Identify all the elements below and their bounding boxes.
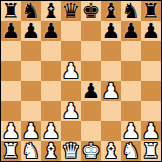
square-d2[interactable]	[61, 121, 81, 141]
square-h3[interactable]	[141, 101, 161, 121]
square-g1[interactable]: ♞	[121, 141, 141, 161]
square-f2[interactable]	[101, 121, 121, 141]
square-c3[interactable]	[41, 101, 61, 121]
white-pawn-piece[interactable]: ♟	[122, 121, 141, 141]
square-a5[interactable]	[1, 61, 21, 81]
black-rook-piece[interactable]: ♜	[2, 1, 21, 21]
square-g3[interactable]	[121, 101, 141, 121]
white-knight-piece[interactable]: ♞	[122, 141, 141, 161]
square-a8[interactable]: ♜	[1, 1, 21, 21]
black-pawn-piece[interactable]: ♟	[82, 81, 101, 101]
square-d3[interactable]: ♟	[61, 101, 81, 121]
white-knight-piece[interactable]: ♞	[22, 141, 41, 161]
square-b4[interactable]	[21, 81, 41, 101]
square-c5[interactable]	[41, 61, 61, 81]
square-b7[interactable]: ♟	[21, 21, 41, 41]
black-knight-piece[interactable]: ♞	[22, 1, 41, 21]
square-f4[interactable]: ♟	[101, 81, 121, 101]
white-rook-piece[interactable]: ♜	[142, 141, 161, 161]
square-b6[interactable]	[21, 41, 41, 61]
black-pawn-piece[interactable]: ♟	[22, 21, 41, 41]
black-pawn-piece[interactable]: ♟	[122, 21, 141, 41]
white-pawn-piece[interactable]: ♟	[42, 121, 61, 141]
square-b8[interactable]: ♞	[21, 1, 41, 21]
square-g5[interactable]	[121, 61, 141, 81]
black-king-piece[interactable]: ♚	[82, 1, 101, 21]
square-a4[interactable]	[1, 81, 21, 101]
square-a2[interactable]: ♟	[1, 121, 21, 141]
black-queen-piece[interactable]: ♛	[62, 1, 81, 21]
square-d5[interactable]: ♟	[61, 61, 81, 81]
white-rook-piece[interactable]: ♜	[2, 141, 21, 161]
white-bishop-piece[interactable]: ♝	[102, 141, 121, 161]
square-a1[interactable]: ♜	[1, 141, 21, 161]
square-e7[interactable]	[81, 21, 101, 41]
square-e1[interactable]: ♚	[81, 141, 101, 161]
square-e5[interactable]	[81, 61, 101, 81]
square-g8[interactable]: ♞	[121, 1, 141, 21]
square-d4[interactable]	[61, 81, 81, 101]
square-g6[interactable]	[121, 41, 141, 61]
square-g4[interactable]	[121, 81, 141, 101]
square-h4[interactable]	[141, 81, 161, 101]
square-c4[interactable]	[41, 81, 61, 101]
black-pawn-piece[interactable]: ♟	[42, 21, 61, 41]
square-h1[interactable]: ♜	[141, 141, 161, 161]
square-d7[interactable]	[61, 21, 81, 41]
square-h6[interactable]	[141, 41, 161, 61]
square-h7[interactable]: ♟	[141, 21, 161, 41]
black-bishop-piece[interactable]: ♝	[42, 1, 61, 21]
black-pawn-piece[interactable]: ♟	[142, 21, 161, 41]
square-g7[interactable]: ♟	[121, 21, 141, 41]
black-knight-piece[interactable]: ♞	[122, 1, 141, 21]
black-pawn-piece[interactable]: ♟	[102, 21, 121, 41]
square-b2[interactable]: ♟	[21, 121, 41, 141]
square-h5[interactable]	[141, 61, 161, 81]
white-king-piece[interactable]: ♚	[82, 141, 101, 161]
black-rook-piece[interactable]: ♜	[142, 1, 161, 21]
square-a7[interactable]: ♟	[1, 21, 21, 41]
square-f3[interactable]	[101, 101, 121, 121]
square-a3[interactable]	[1, 101, 21, 121]
square-c2[interactable]: ♟	[41, 121, 61, 141]
square-f8[interactable]: ♝	[101, 1, 121, 21]
white-bishop-piece[interactable]: ♝	[42, 141, 61, 161]
square-d6[interactable]	[61, 41, 81, 61]
square-e2[interactable]	[81, 121, 101, 141]
square-e3[interactable]	[81, 101, 101, 121]
white-pawn-piece[interactable]: ♟	[62, 101, 81, 121]
square-f7[interactable]: ♟	[101, 21, 121, 41]
square-e6[interactable]	[81, 41, 101, 61]
white-pawn-piece[interactable]: ♟	[2, 121, 21, 141]
square-a6[interactable]	[1, 41, 21, 61]
square-f6[interactable]	[101, 41, 121, 61]
square-f1[interactable]: ♝	[101, 141, 121, 161]
square-c8[interactable]: ♝	[41, 1, 61, 21]
black-bishop-piece[interactable]: ♝	[102, 1, 121, 21]
square-d1[interactable]: ♛	[61, 141, 81, 161]
square-e4[interactable]: ♟	[81, 81, 101, 101]
square-h8[interactable]: ♜	[141, 1, 161, 21]
white-queen-piece[interactable]: ♛	[62, 141, 81, 161]
square-h2[interactable]: ♟	[141, 121, 161, 141]
square-b1[interactable]: ♞	[21, 141, 41, 161]
square-c6[interactable]	[41, 41, 61, 61]
square-g2[interactable]: ♟	[121, 121, 141, 141]
white-pawn-piece[interactable]: ♟	[102, 81, 121, 101]
square-b3[interactable]	[21, 101, 41, 121]
chess-board: ♜♞♝♛♚♝♞♜♟♟♟♟♟♟♟♟♟♟♟♟♟♟♟♜♞♝♛♚♝♞♜	[0, 0, 162, 162]
square-b5[interactable]	[21, 61, 41, 81]
white-pawn-piece[interactable]: ♟	[142, 121, 161, 141]
black-pawn-piece[interactable]: ♟	[2, 21, 21, 41]
white-pawn-piece[interactable]: ♟	[22, 121, 41, 141]
square-f5[interactable]	[101, 61, 121, 81]
white-pawn-piece[interactable]: ♟	[62, 61, 81, 81]
square-c7[interactable]: ♟	[41, 21, 61, 41]
square-e8[interactable]: ♚	[81, 1, 101, 21]
square-c1[interactable]: ♝	[41, 141, 61, 161]
square-d8[interactable]: ♛	[61, 1, 81, 21]
